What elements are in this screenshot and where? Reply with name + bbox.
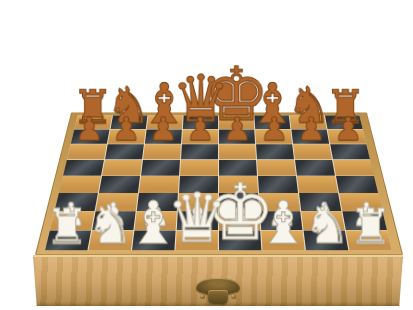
brown-pawn[interactable]: ♟ [149,113,178,145]
chess-board: ♜♞♝♛♚♝♞♜♟♟♟♟♟♟♟♟♟♟♟♟♟♟♟♟♜♞♝♛♚♝♞♜ [45,115,392,250]
brown-pawn[interactable]: ♟ [334,113,363,145]
square-b6[interactable] [105,144,144,159]
clasp-rivet-left [200,294,205,299]
square-d7[interactable]: ♟ [182,129,218,143]
brown-pawn[interactable]: ♟ [112,113,141,145]
brown-pawn[interactable]: ♟ [75,113,104,145]
brown-pawn[interactable]: ♟ [260,113,289,145]
square-h5[interactable] [333,160,374,176]
square-f7[interactable]: ♟ [255,129,292,143]
square-g5[interactable] [295,160,335,176]
box-front-panel [33,255,403,306]
brown-pawn[interactable]: ♟ [223,113,252,145]
clasp-rivet-right [231,294,236,299]
square-c1[interactable]: ♝ [132,230,176,250]
white-bishop[interactable]: ♝ [257,193,310,252]
square-a4[interactable] [59,176,101,193]
square-h1[interactable]: ♜ [346,230,392,250]
square-c5[interactable] [141,160,180,176]
square-b5[interactable] [102,160,142,176]
square-a6[interactable] [67,144,107,159]
square-e6[interactable] [219,144,256,159]
square-a1[interactable]: ♜ [45,230,91,250]
brown-pawn[interactable]: ♟ [186,113,215,145]
white-rook[interactable]: ♜ [348,203,392,252]
square-g6[interactable] [293,144,332,159]
square-g1[interactable]: ♞ [304,230,349,250]
square-b7[interactable]: ♟ [108,129,146,143]
square-b1[interactable]: ♞ [89,230,134,250]
square-g7[interactable]: ♟ [291,129,329,143]
brass-clasp-icon [195,278,241,306]
clasp-hasp [208,290,228,304]
white-rook[interactable]: ♜ [45,203,89,252]
square-c7[interactable]: ♟ [145,129,182,143]
square-h6[interactable] [330,144,370,159]
white-knight[interactable]: ♞ [86,199,133,252]
square-h4[interactable] [336,176,378,193]
square-f6[interactable] [256,144,294,159]
chess-board-frame: ♜♞♝♛♚♝♞♜♟♟♟♟♟♟♟♟♟♟♟♟♟♟♟♟♜♞♝♛♚♝♞♜ [35,113,403,255]
square-e7[interactable]: ♟ [219,129,255,143]
square-h7[interactable]: ♟ [328,129,367,143]
brown-pawn[interactable]: ♟ [297,113,326,145]
square-f1[interactable]: ♝ [261,230,305,250]
square-d6[interactable] [181,144,218,159]
square-a5[interactable] [63,160,104,176]
square-a7[interactable]: ♟ [71,129,110,143]
square-c6[interactable] [143,144,181,159]
white-knight[interactable]: ♞ [303,199,350,252]
white-bishop[interactable]: ♝ [127,193,180,252]
photo-backdrop: ♜♞♝♛♚♝♞♜♟♟♟♟♟♟♟♟♟♟♟♟♟♟♟♟♜♞♝♛♚♝♞♜ [0,0,413,310]
square-d1[interactable]: ♛ [176,230,218,250]
